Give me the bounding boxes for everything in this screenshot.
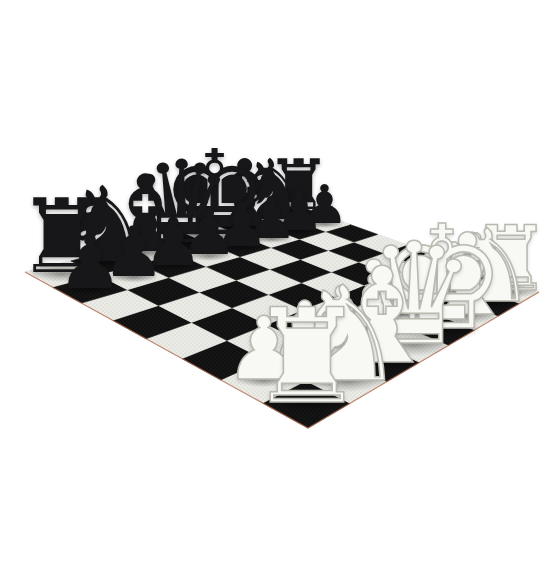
piece-white-rook[interactable]: ♜	[248, 292, 365, 423]
giant-chess-scene: ♜♞♝♛♚♝♞♜♟♟♟♟♟♟♟♟♟♟♟♟♟♟♟♟♜♞♝♛♚♝♞♜	[0, 0, 540, 580]
piece-black-pawn[interactable]: ♟	[57, 226, 123, 299]
pieces-layer: ♜♞♝♛♚♝♞♜♟♟♟♟♟♟♟♟♟♟♟♟♟♟♟♟♜♞♝♛♚♝♞♜	[0, 0, 540, 580]
